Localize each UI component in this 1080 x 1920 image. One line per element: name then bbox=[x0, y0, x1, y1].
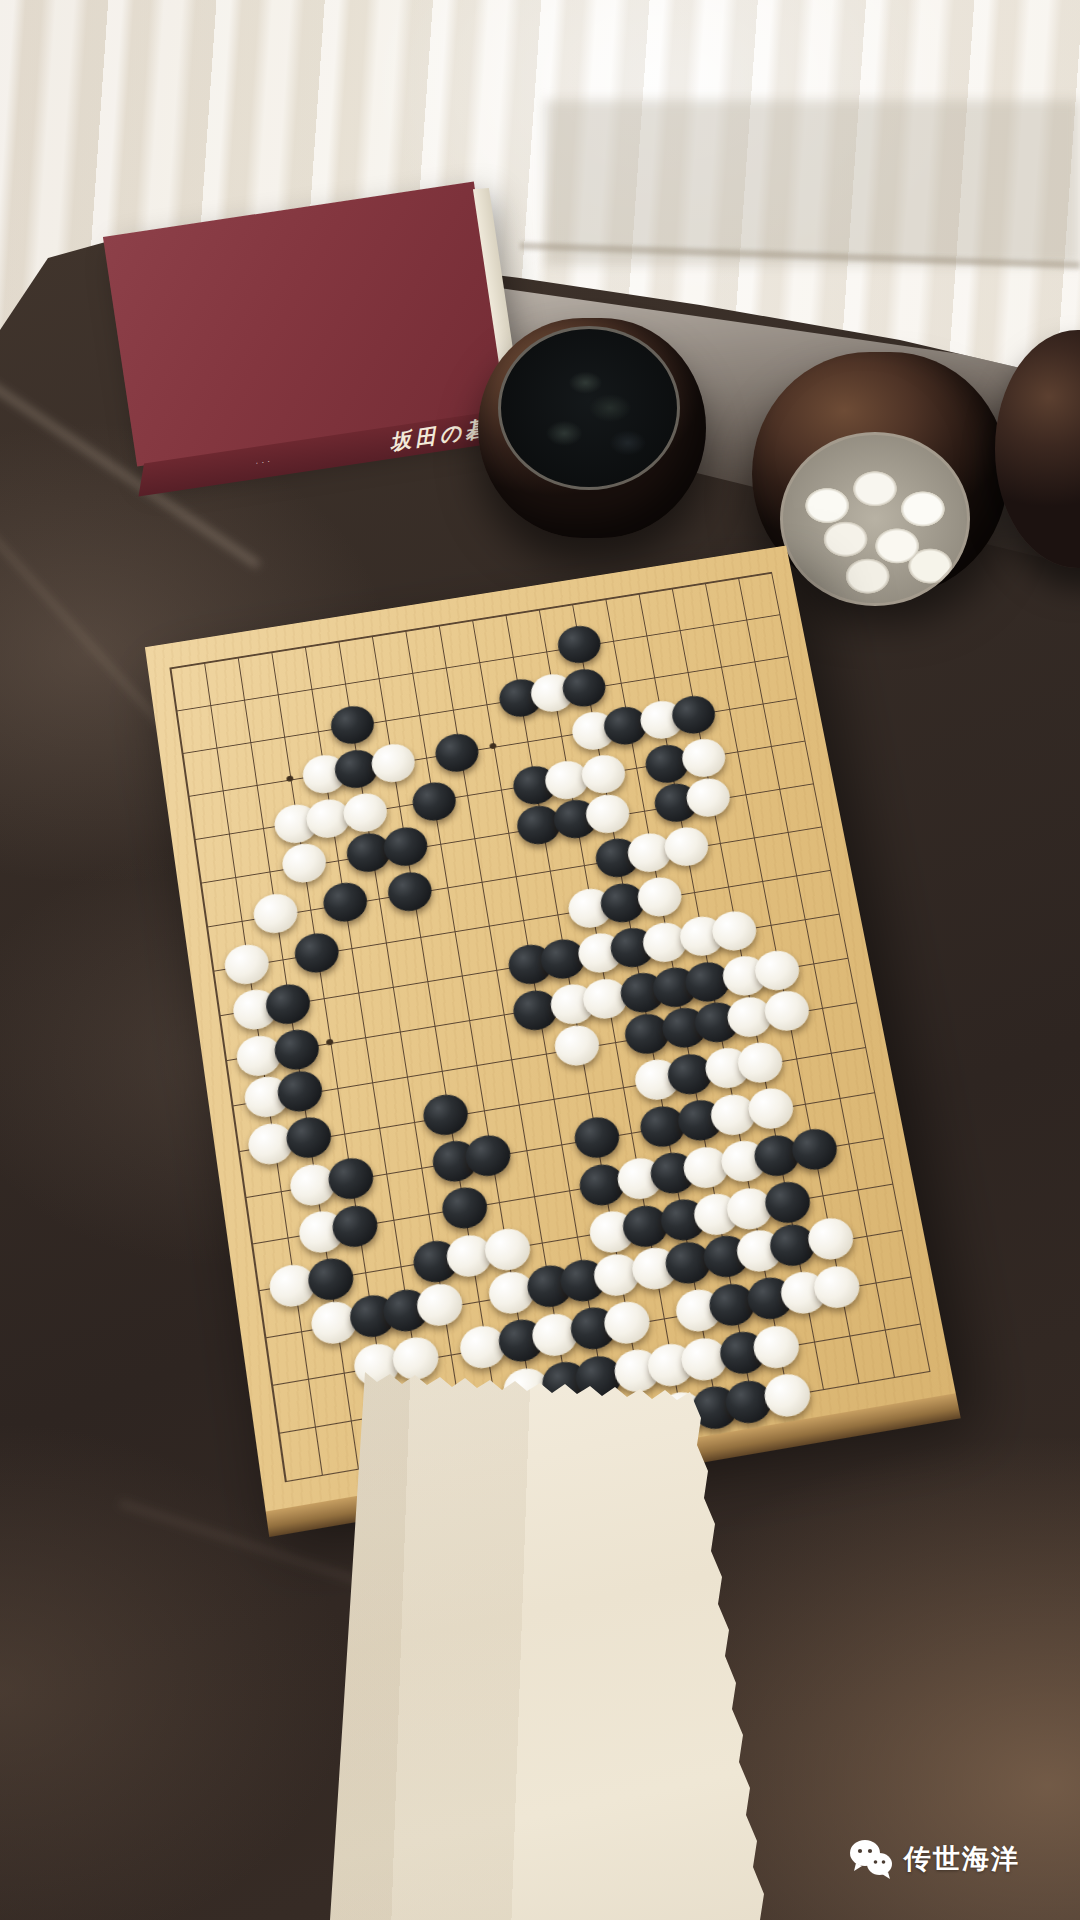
watermark-text: 传世海洋 bbox=[904, 1841, 1020, 1877]
black-bowl-opening bbox=[498, 326, 680, 490]
black-stone-bowl bbox=[478, 318, 706, 538]
photo-scene: ··· 坂田の碁 传世海洋 bbox=[0, 0, 1080, 1920]
white-bowl-opening bbox=[780, 432, 970, 606]
watermark: 传世海洋 bbox=[848, 1838, 1020, 1880]
book-spine-small-text: ··· bbox=[255, 455, 275, 468]
white-stone-bowl bbox=[752, 352, 1008, 596]
window-opening-shadow bbox=[545, 100, 1080, 265]
wechat-icon bbox=[848, 1838, 894, 1880]
